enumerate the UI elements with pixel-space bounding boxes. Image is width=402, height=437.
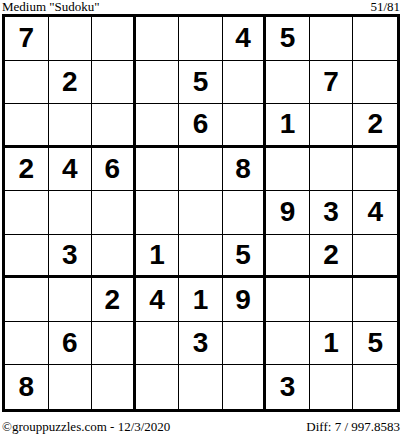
cell-r9c8[interactable] xyxy=(310,365,354,409)
cell-r7c6[interactable]: 9 xyxy=(223,278,267,322)
cell-r1c4[interactable] xyxy=(136,17,180,61)
cell-r3c7[interactable]: 1 xyxy=(266,104,310,148)
cell-r8c4[interactable] xyxy=(136,322,180,366)
cell-r4c2[interactable]: 4 xyxy=(49,148,93,192)
cell-r6c5[interactable] xyxy=(179,235,223,279)
difficulty-text: Diff: 7 / 997.8583 xyxy=(306,420,400,434)
cell-r6c7[interactable] xyxy=(266,235,310,279)
cell-r5c2[interactable] xyxy=(49,191,93,235)
cell-r8c9[interactable]: 5 xyxy=(353,322,397,366)
cell-r1c2[interactable] xyxy=(49,17,93,61)
cell-r5c8[interactable]: 3 xyxy=(310,191,354,235)
cell-r8c7[interactable] xyxy=(266,322,310,366)
cell-r7c1[interactable] xyxy=(5,278,49,322)
cell-r9c6[interactable] xyxy=(223,365,267,409)
cell-r8c5[interactable]: 3 xyxy=(179,322,223,366)
cell-r4c7[interactable] xyxy=(266,148,310,192)
cell-r5c3[interactable] xyxy=(92,191,136,235)
cell-r2c9[interactable] xyxy=(353,61,397,105)
cell-r6c1[interactable] xyxy=(5,235,49,279)
copyright-text: ©grouppuzzles.com - 12/3/2020 xyxy=(2,420,170,434)
cell-r7c2[interactable] xyxy=(49,278,93,322)
cell-r9c5[interactable] xyxy=(179,365,223,409)
puzzle-title: Medium "Sudoku" xyxy=(2,0,100,13)
cell-r6c9[interactable] xyxy=(353,235,397,279)
cell-r1c5[interactable] xyxy=(179,17,223,61)
cell-r2c4[interactable] xyxy=(136,61,180,105)
cell-r5c1[interactable] xyxy=(5,191,49,235)
cell-r6c6[interactable]: 5 xyxy=(223,235,267,279)
cell-r3c3[interactable] xyxy=(92,104,136,148)
cell-r8c8[interactable]: 1 xyxy=(310,322,354,366)
cell-r4c1[interactable]: 2 xyxy=(5,148,49,192)
sudoku-page: Medium "Sudoku" 51/81 745257612246893431… xyxy=(0,0,402,437)
cell-r2c8[interactable]: 7 xyxy=(310,61,354,105)
cell-r9c9[interactable] xyxy=(353,365,397,409)
cell-r1c8[interactable] xyxy=(310,17,354,61)
cell-r5c7[interactable]: 9 xyxy=(266,191,310,235)
sudoku-board: 745257612246893431522419631583 xyxy=(2,14,400,412)
cell-r7c7[interactable] xyxy=(266,278,310,322)
cell-r2c6[interactable] xyxy=(223,61,267,105)
cell-r5c5[interactable] xyxy=(179,191,223,235)
cell-r3c5[interactable]: 6 xyxy=(179,104,223,148)
cell-r7c5[interactable]: 1 xyxy=(179,278,223,322)
cell-r9c3[interactable] xyxy=(92,365,136,409)
cell-r6c8[interactable]: 2 xyxy=(310,235,354,279)
cell-r6c2[interactable]: 3 xyxy=(49,235,93,279)
cell-r7c8[interactable] xyxy=(310,278,354,322)
cell-r1c9[interactable] xyxy=(353,17,397,61)
cells-remaining-counter: 51/81 xyxy=(370,0,400,13)
cell-r4c4[interactable] xyxy=(136,148,180,192)
cell-r3c8[interactable] xyxy=(310,104,354,148)
cell-r3c2[interactable] xyxy=(49,104,93,148)
cell-r7c4[interactable]: 4 xyxy=(136,278,180,322)
cell-r6c4[interactable]: 1 xyxy=(136,235,180,279)
cell-r9c7[interactable]: 3 xyxy=(266,365,310,409)
cell-r3c4[interactable] xyxy=(136,104,180,148)
cell-r1c6[interactable]: 4 xyxy=(223,17,267,61)
cell-r8c2[interactable]: 6 xyxy=(49,322,93,366)
cell-r1c1[interactable]: 7 xyxy=(5,17,49,61)
cell-r7c3[interactable]: 2 xyxy=(92,278,136,322)
cell-r2c5[interactable]: 5 xyxy=(179,61,223,105)
cell-r9c4[interactable] xyxy=(136,365,180,409)
cell-r4c5[interactable] xyxy=(179,148,223,192)
cell-r8c1[interactable] xyxy=(5,322,49,366)
cell-r3c9[interactable]: 2 xyxy=(353,104,397,148)
cell-r9c2[interactable] xyxy=(49,365,93,409)
cell-r6c3[interactable] xyxy=(92,235,136,279)
cell-r7c9[interactable] xyxy=(353,278,397,322)
cell-r5c6[interactable] xyxy=(223,191,267,235)
cell-r1c3[interactable] xyxy=(92,17,136,61)
header: Medium "Sudoku" 51/81 xyxy=(2,0,400,13)
cell-r2c3[interactable] xyxy=(92,61,136,105)
cell-r4c6[interactable]: 8 xyxy=(223,148,267,192)
cell-r5c9[interactable]: 4 xyxy=(353,191,397,235)
cell-r4c8[interactable] xyxy=(310,148,354,192)
cell-r1c7[interactable]: 5 xyxy=(266,17,310,61)
cell-r2c7[interactable] xyxy=(266,61,310,105)
cell-r8c3[interactable] xyxy=(92,322,136,366)
cell-r8c6[interactable] xyxy=(223,322,267,366)
cell-r4c9[interactable] xyxy=(353,148,397,192)
cell-r9c1[interactable]: 8 xyxy=(5,365,49,409)
cell-r5c4[interactable] xyxy=(136,191,180,235)
footer: ©grouppuzzles.com - 12/3/2020 Diff: 7 / … xyxy=(2,420,400,434)
cell-r2c1[interactable] xyxy=(5,61,49,105)
cell-r3c1[interactable] xyxy=(5,104,49,148)
cell-r3c6[interactable] xyxy=(223,104,267,148)
cell-r4c3[interactable]: 6 xyxy=(92,148,136,192)
cell-r2c2[interactable]: 2 xyxy=(49,61,93,105)
